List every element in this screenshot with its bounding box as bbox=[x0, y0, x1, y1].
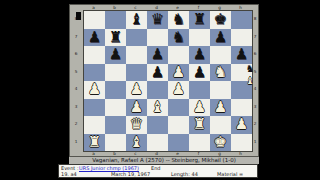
black-queen-d8: ♛ bbox=[151, 11, 164, 28]
square-e6[interactable] bbox=[168, 46, 189, 64]
square-a6[interactable] bbox=[84, 46, 105, 64]
material-white-bishop-icon: ♝ bbox=[246, 75, 255, 86]
square-d8[interactable]: ♛ bbox=[147, 11, 168, 29]
rank-label-2: 2 bbox=[252, 118, 258, 130]
square-a1[interactable]: ♜ bbox=[84, 134, 105, 152]
square-c7[interactable] bbox=[126, 29, 147, 47]
black-rook-f8: ♜ bbox=[193, 11, 206, 28]
white-pawn-e4: ♟ bbox=[172, 81, 185, 98]
square-c1[interactable]: ♝ bbox=[126, 134, 147, 152]
square-b3[interactable] bbox=[105, 99, 126, 117]
square-f7[interactable] bbox=[189, 29, 210, 47]
players-caption: Vaganian, Rafael A (2570) -- Steinberg, … bbox=[69, 157, 259, 164]
white-knight-g5: ♞ bbox=[214, 64, 227, 81]
square-a3[interactable] bbox=[84, 99, 105, 117]
square-a2[interactable] bbox=[84, 116, 105, 134]
white-bishop-c1: ♝ bbox=[130, 134, 143, 151]
last-move-text: 19. a4 bbox=[61, 171, 77, 177]
square-e2[interactable] bbox=[168, 116, 189, 134]
file-label-c: c bbox=[128, 152, 143, 156]
black-bishop-c8: ♝ bbox=[130, 11, 143, 28]
square-c5[interactable] bbox=[126, 64, 147, 82]
black-knight-e7: ♞ bbox=[172, 29, 185, 46]
square-a7[interactable]: ♟ bbox=[84, 29, 105, 47]
game-date: March 19, 1967 bbox=[111, 171, 150, 177]
white-rook-a1: ♜ bbox=[88, 134, 101, 151]
rank-label-5: 5 bbox=[72, 65, 80, 77]
file-label-f: f bbox=[191, 152, 206, 156]
white-rook-f2: ♜ bbox=[193, 116, 206, 133]
square-c6[interactable] bbox=[126, 46, 147, 64]
square-g3[interactable]: ♟ bbox=[210, 99, 231, 117]
white-pawn-h2: ♟ bbox=[235, 116, 248, 133]
square-g6[interactable] bbox=[210, 46, 231, 64]
square-f5[interactable]: ♟ bbox=[189, 64, 210, 82]
square-h1[interactable] bbox=[231, 134, 252, 152]
square-h8[interactable] bbox=[231, 11, 252, 29]
black-pawn-b6: ♟ bbox=[109, 46, 122, 63]
square-d6[interactable]: ♟ bbox=[147, 46, 168, 64]
square-b7[interactable]: ♜ bbox=[105, 29, 126, 47]
file-label-d: d bbox=[149, 152, 164, 156]
square-e4[interactable]: ♟ bbox=[168, 81, 189, 99]
square-e5[interactable]: ♟ bbox=[168, 64, 189, 82]
square-g8[interactable]: ♚ bbox=[210, 11, 231, 29]
rank-label-3: 3 bbox=[72, 100, 80, 112]
rank-labels-left: 87654321 bbox=[70, 10, 82, 150]
square-d5[interactable]: ♟ bbox=[147, 64, 168, 82]
material-tray: ♞ ♝ bbox=[242, 63, 258, 86]
file-label-e: e bbox=[170, 152, 185, 156]
rank-label-1: 1 bbox=[72, 135, 80, 147]
black-rook-b7: ♜ bbox=[109, 29, 122, 46]
square-b1[interactable] bbox=[105, 134, 126, 152]
square-f1[interactable] bbox=[189, 134, 210, 152]
rank-label-2: 2 bbox=[72, 118, 80, 130]
white-pawn-a4: ♟ bbox=[88, 81, 101, 98]
rank-label-8: 8 bbox=[252, 13, 258, 25]
square-f3[interactable]: ♟ bbox=[189, 99, 210, 117]
rank-label-1: 1 bbox=[252, 135, 258, 147]
black-king-g8: ♚ bbox=[214, 11, 227, 28]
rank-label-6: 6 bbox=[252, 48, 258, 60]
square-c3[interactable]: ♟ bbox=[126, 99, 147, 117]
file-label-h: h bbox=[233, 152, 248, 156]
square-g1[interactable]: ♚ bbox=[210, 134, 231, 152]
square-e7[interactable]: ♞ bbox=[168, 29, 189, 47]
square-c2[interactable]: ♛ bbox=[126, 116, 147, 134]
square-g7[interactable]: ♟ bbox=[210, 29, 231, 47]
square-g4[interactable] bbox=[210, 81, 231, 99]
file-label-a: a bbox=[86, 152, 101, 156]
black-pawn-f5: ♟ bbox=[193, 64, 206, 81]
square-b2[interactable] bbox=[105, 116, 126, 134]
black-pawn-g7: ♟ bbox=[214, 29, 227, 46]
square-g2[interactable] bbox=[210, 116, 231, 134]
file-label-g: g bbox=[212, 152, 227, 156]
black-pawn-d5: ♟ bbox=[151, 64, 164, 81]
square-e3[interactable] bbox=[168, 99, 189, 117]
square-d3[interactable]: ♝ bbox=[147, 99, 168, 117]
square-f4[interactable] bbox=[189, 81, 210, 99]
white-pawn-f3: ♟ bbox=[193, 99, 206, 116]
square-f6[interactable]: ♟ bbox=[189, 46, 210, 64]
game-length: Length: 44 bbox=[171, 171, 198, 177]
chess-board-widget: abcdefgh abcdefgh 87654321 87654321 ♝♛♞♜… bbox=[69, 4, 259, 157]
video-frame: abcdefgh abcdefgh 87654321 87654321 ♝♛♞♜… bbox=[0, 0, 320, 180]
black-pawn-h6: ♟ bbox=[235, 46, 248, 63]
square-h2[interactable]: ♟ bbox=[231, 116, 252, 134]
square-h6[interactable]: ♟ bbox=[231, 46, 252, 64]
square-a8[interactable] bbox=[84, 11, 105, 29]
square-d7[interactable] bbox=[147, 29, 168, 47]
square-g5[interactable]: ♞ bbox=[210, 64, 231, 82]
square-a4[interactable]: ♟ bbox=[84, 81, 105, 99]
square-d2[interactable] bbox=[147, 116, 168, 134]
black-pawn-d6: ♟ bbox=[151, 46, 164, 63]
square-e8[interactable]: ♞ bbox=[168, 11, 189, 29]
square-e1[interactable] bbox=[168, 134, 189, 152]
rank-label-3: 3 bbox=[252, 100, 258, 112]
rank-label-4: 4 bbox=[72, 83, 80, 95]
square-b8[interactable] bbox=[105, 11, 126, 29]
white-bishop-d3: ♝ bbox=[151, 99, 164, 116]
square-c4[interactable]: ♟ bbox=[126, 81, 147, 99]
square-d4[interactable] bbox=[147, 81, 168, 99]
game-info-box: Event : URS Junior chmp (1967) End 19. a… bbox=[58, 164, 258, 178]
square-b6[interactable]: ♟ bbox=[105, 46, 126, 64]
rank-label-7: 7 bbox=[72, 30, 80, 42]
white-pawn-c3: ♟ bbox=[130, 99, 143, 116]
black-pawn-a7: ♟ bbox=[88, 29, 101, 46]
square-f8[interactable]: ♜ bbox=[189, 11, 210, 29]
square-b4[interactable] bbox=[105, 81, 126, 99]
details-line: 19. a4 March 19, 1967 Length: 44 Materia… bbox=[59, 171, 257, 177]
white-queen-c2: ♛ bbox=[130, 116, 143, 133]
square-d1[interactable] bbox=[147, 134, 168, 152]
black-knight-e8: ♞ bbox=[172, 11, 185, 28]
square-b5[interactable] bbox=[105, 64, 126, 82]
square-f2[interactable]: ♜ bbox=[189, 116, 210, 134]
white-king-g1: ♚ bbox=[214, 134, 227, 151]
rank-label-7: 7 bbox=[252, 30, 258, 42]
material-black-knight-icon: ♞ bbox=[246, 63, 255, 74]
file-label-b: b bbox=[107, 152, 122, 156]
white-pawn-g3: ♟ bbox=[214, 99, 227, 116]
white-pawn-e5: ♟ bbox=[172, 64, 185, 81]
rank-label-6: 6 bbox=[72, 48, 80, 60]
square-h7[interactable] bbox=[231, 29, 252, 47]
white-pawn-c4: ♟ bbox=[130, 81, 143, 98]
square-c8[interactable]: ♝ bbox=[126, 11, 147, 29]
material-label: Material = bbox=[217, 171, 243, 177]
square-a5[interactable] bbox=[84, 64, 105, 82]
square-h3[interactable] bbox=[231, 99, 252, 117]
black-to-move-indicator bbox=[76, 12, 81, 20]
chess-board: ♝♛♞♜♚♟♜♞♟♟♟♟♟♟♟♟♞♟♟♟♟♝♟♟♛♜♟♜♝♚ bbox=[83, 10, 253, 152]
black-pawn-f6: ♟ bbox=[193, 46, 206, 63]
